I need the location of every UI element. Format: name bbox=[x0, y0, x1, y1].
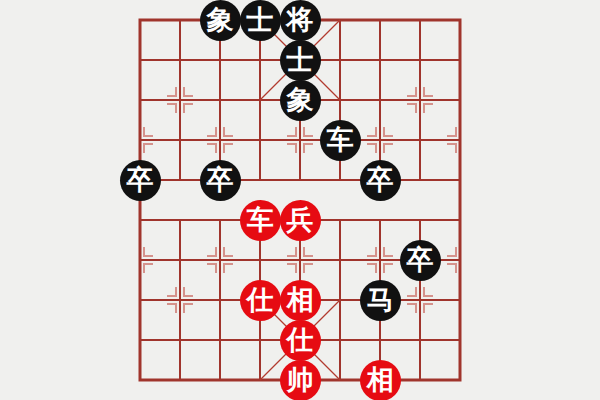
red-elephant[interactable]: 相 bbox=[280, 280, 321, 321]
black-general[interactable]: 将 bbox=[280, 0, 321, 41]
black-pawn[interactable]: 卒 bbox=[400, 240, 441, 281]
xiangqi-app: 象士将士象车卒卒卒车兵卒仕相马仕帅相 bbox=[0, 0, 600, 400]
red-advisor[interactable]: 仕 bbox=[240, 280, 281, 321]
red-general[interactable]: 帅 bbox=[280, 360, 321, 400]
black-elephant[interactable]: 象 bbox=[200, 0, 241, 41]
black-elephant[interactable]: 象 bbox=[280, 80, 321, 121]
red-pawn[interactable]: 兵 bbox=[280, 200, 321, 241]
red-advisor[interactable]: 仕 bbox=[280, 320, 321, 361]
black-pawn[interactable]: 卒 bbox=[120, 160, 161, 201]
black-pawn[interactable]: 卒 bbox=[360, 160, 401, 201]
red-elephant[interactable]: 相 bbox=[360, 360, 401, 400]
xiangqi-board: 象士将士象车卒卒卒车兵卒仕相马仕帅相 bbox=[120, 0, 480, 400]
board-grid[interactable]: 象士将士象车卒卒卒车兵卒仕相马仕帅相 bbox=[120, 0, 480, 400]
black-pawn[interactable]: 卒 bbox=[200, 160, 241, 201]
black-advisor[interactable]: 士 bbox=[240, 0, 281, 41]
black-advisor[interactable]: 士 bbox=[280, 40, 321, 81]
black-chariot[interactable]: 车 bbox=[320, 120, 361, 161]
black-horse[interactable]: 马 bbox=[360, 280, 401, 321]
red-chariot[interactable]: 车 bbox=[240, 200, 281, 241]
